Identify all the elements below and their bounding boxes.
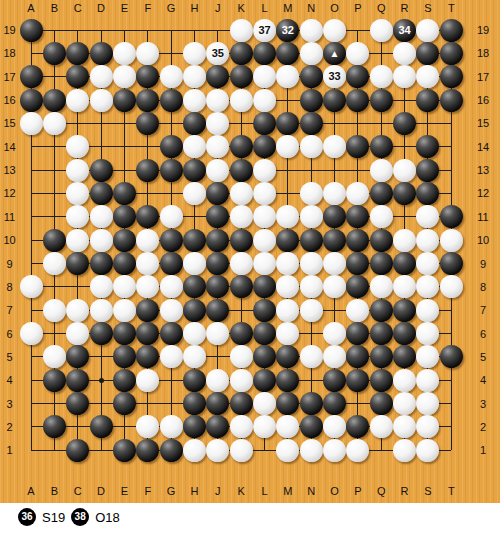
stone-black-A16: [20, 89, 43, 112]
stone-white-R1: [393, 439, 416, 462]
stone-white-H16: [183, 89, 206, 112]
coord-label-top: H: [184, 2, 204, 14]
coord-label-bottom: C: [68, 485, 88, 497]
stone-black-K8: [230, 275, 253, 298]
stone-black-P5: [346, 345, 369, 368]
stone-white-H9: [183, 252, 206, 275]
caption: 36S1938O18: [18, 504, 120, 530]
stone-white-H18: [183, 42, 206, 65]
stone-black-L15: [253, 112, 276, 135]
stone-black-T11: [440, 205, 463, 228]
coord-label-left: 3: [0, 398, 19, 410]
stone-white-M6: [276, 322, 299, 345]
coord-label-top: P: [348, 2, 368, 14]
go-kifu-viewer: AABBCCDDEEFFGGHHJJKKLLMMNNOOPPQQRRSSTT19…: [0, 0, 500, 537]
stone-white-G2: [160, 415, 183, 438]
stone-white-O19: [323, 19, 346, 42]
stone-white-E7: [113, 299, 136, 322]
stone-black-E5: [113, 345, 136, 368]
stone-white-J14: [206, 135, 229, 158]
coord-label-top: G: [161, 2, 181, 14]
coord-label-bottom: S: [418, 485, 438, 497]
stone-white-Q13: [370, 159, 393, 182]
stone-black-J9: [206, 252, 229, 275]
stone-white-D7: [90, 299, 113, 322]
stone-black-C1: [66, 439, 89, 462]
coord-label-top: S: [418, 2, 438, 14]
stone-black-K6: [230, 322, 253, 345]
stone-black-B18: [43, 42, 66, 65]
coord-label-left: 14: [0, 141, 19, 153]
stone-black-L5: [253, 345, 276, 368]
stone-black-R7: [393, 299, 416, 322]
stone-black-H10: [183, 229, 206, 252]
stone-white-L11: [253, 205, 276, 228]
stone-white-N14: [300, 135, 323, 158]
stone-white-J16: [206, 89, 229, 112]
stone-white-S10: [416, 229, 439, 252]
stone-white-L17: [253, 65, 276, 88]
move-number-37: 37: [253, 19, 276, 42]
stone-white-N5: [300, 345, 323, 368]
stone-black-P2: [346, 415, 369, 438]
stone-black-J10: [206, 229, 229, 252]
stone-white-T8: [440, 275, 463, 298]
stone-black-L6: [253, 322, 276, 345]
coord-label-left: 6: [0, 328, 19, 340]
stone-black-C5: [66, 345, 89, 368]
stone-white-N11: [300, 205, 323, 228]
stone-black-Q14: [370, 135, 393, 158]
stone-black-F11: [136, 205, 159, 228]
stone-white-J4: [206, 369, 229, 392]
coord-label-top: L: [255, 2, 275, 14]
coord-label-bottom: D: [91, 485, 111, 497]
stone-black-C17: [66, 65, 89, 88]
coord-label-right: 9: [472, 258, 494, 270]
stone-black-E3: [113, 392, 136, 415]
stone-black-D9: [90, 252, 113, 275]
stone-black-Q5: [370, 345, 393, 368]
go-board: AABBCCDDEEFFGGHHJJKKLLMMNNOOPPQQRRSSTT19…: [0, 0, 500, 503]
stone-white-R4: [393, 369, 416, 392]
stone-black-N3: [300, 392, 323, 415]
stone-black-C18: [66, 42, 89, 65]
stone-black-P17: [346, 65, 369, 88]
stone-black-P6: [346, 322, 369, 345]
stone-white-M1: [276, 439, 299, 462]
stone-white-P12: [346, 182, 369, 205]
stone-white-D16: [90, 89, 113, 112]
coord-label-top: R: [395, 2, 415, 14]
coord-label-top: F: [138, 2, 158, 14]
stone-white-P1: [346, 439, 369, 462]
stone-black-H8: [183, 275, 206, 298]
stone-black-M3: [276, 392, 299, 415]
move-number-35: 35: [206, 42, 229, 65]
stone-white-K2: [230, 415, 253, 438]
stone-white-S7: [416, 299, 439, 322]
stone-black-F7: [136, 299, 159, 322]
stone-black-G6: [160, 322, 183, 345]
stone-white-B9: [43, 252, 66, 275]
stone-white-K16: [230, 89, 253, 112]
coord-label-bottom: F: [138, 485, 158, 497]
stone-black-E9: [113, 252, 136, 275]
stone-black-S12: [416, 182, 439, 205]
coord-label-left: 13: [0, 164, 19, 176]
stone-white-F9: [136, 252, 159, 275]
coord-label-right: 5: [472, 351, 494, 363]
stone-black-K18: [230, 42, 253, 65]
stone-black-J12: [206, 182, 229, 205]
stone-black-F1: [136, 439, 159, 462]
coord-label-right: 10: [472, 234, 494, 246]
stone-white-S17: [416, 65, 439, 88]
stone-black-A17: [20, 65, 43, 88]
stone-black-M10: [276, 229, 299, 252]
stone-white-M17: [276, 65, 299, 88]
stone-white-F18: [136, 42, 159, 65]
stone-black-E4: [113, 369, 136, 392]
coord-label-left: 18: [0, 47, 19, 59]
stone-black-T17: [440, 65, 463, 88]
stone-white-S19: [416, 19, 439, 42]
stone-white-L10: [253, 229, 276, 252]
caption-move-point: O18: [95, 510, 120, 525]
coord-label-left: 19: [0, 24, 19, 36]
stone-black-S13: [416, 159, 439, 182]
triangle-marker-icon: ▲: [323, 42, 346, 65]
coord-label-bottom: E: [114, 485, 134, 497]
stone-black-F6: [136, 322, 159, 345]
stone-black-J2: [206, 415, 229, 438]
stone-black-B4: [43, 369, 66, 392]
coord-label-top: B: [44, 2, 64, 14]
stone-black-E6: [113, 322, 136, 345]
stone-white-R10: [393, 229, 416, 252]
stone-black-S18: [416, 42, 439, 65]
stone-white-O1: [323, 439, 346, 462]
coord-label-left: 5: [0, 351, 19, 363]
coord-label-left: 9: [0, 258, 19, 270]
stone-black-E1: [113, 439, 136, 462]
stone-black-L4: [253, 369, 276, 392]
coord-label-bottom: K: [231, 485, 251, 497]
stone-white-N9: [300, 252, 323, 275]
stone-white-Q11: [370, 205, 393, 228]
stone-black-K14: [230, 135, 253, 158]
stone-white-M11: [276, 205, 299, 228]
coord-label-top: K: [231, 2, 251, 14]
coord-label-bottom: Q: [371, 485, 391, 497]
coord-label-right: 4: [472, 374, 494, 386]
coord-label-right: 3: [472, 398, 494, 410]
stone-black-O11: [323, 205, 346, 228]
stone-white-S6: [416, 322, 439, 345]
coord-label-right: 16: [472, 94, 494, 106]
stone-white-C10: [66, 229, 89, 252]
stone-white-C7: [66, 299, 89, 322]
stone-white-F2: [136, 415, 159, 438]
coord-label-right: 14: [472, 141, 494, 153]
stone-black-G1: [160, 439, 183, 462]
stone-white-R18: [393, 42, 416, 65]
stone-black-N16: [300, 89, 323, 112]
stone-black-B16: [43, 89, 66, 112]
coord-label-bottom: T: [441, 485, 461, 497]
stone-white-H6: [183, 322, 206, 345]
stone-black-H2: [183, 415, 206, 438]
stone-white-C11: [66, 205, 89, 228]
stone-white-S3: [416, 392, 439, 415]
stone-white-O12: [323, 182, 346, 205]
caption-move-disc-38: 38: [71, 508, 89, 526]
stone-black-G13: [160, 159, 183, 182]
coord-label-top: N: [301, 2, 321, 14]
coord-label-right: 11: [472, 211, 494, 223]
stone-white-O9: [323, 252, 346, 275]
stone-white-C13: [66, 159, 89, 182]
stone-black-N15: [300, 112, 323, 135]
coord-label-right: 6: [472, 328, 494, 340]
coord-label-right: 13: [472, 164, 494, 176]
stone-black-F5: [136, 345, 159, 368]
stone-black-N2: [300, 415, 323, 438]
stone-white-O14: [323, 135, 346, 158]
stone-white-B15: [43, 112, 66, 135]
stone-black-O16: [323, 89, 346, 112]
stone-white-L13: [253, 159, 276, 182]
stone-white-M8: [276, 275, 299, 298]
stone-white-R2: [393, 415, 416, 438]
stone-white-G17: [160, 65, 183, 88]
stone-white-G11: [160, 205, 183, 228]
caption-move-disc-36: 36: [18, 508, 36, 526]
stone-black-M15: [276, 112, 299, 135]
stone-white-K19: [230, 19, 253, 42]
stone-black-T19: [440, 19, 463, 42]
coord-label-right: 19: [472, 24, 494, 36]
coord-label-bottom: G: [161, 485, 181, 497]
stone-black-R9: [393, 252, 416, 275]
stone-black-Q9: [370, 252, 393, 275]
stone-white-J15: [206, 112, 229, 135]
stone-white-C14: [66, 135, 89, 158]
stone-white-N7: [300, 299, 323, 322]
stone-black-Q3: [370, 392, 393, 415]
stone-black-K10: [230, 229, 253, 252]
stone-black-G14: [160, 135, 183, 158]
stone-white-E8: [113, 275, 136, 298]
stone-white-T10: [440, 229, 463, 252]
stone-white-N18: [300, 42, 323, 65]
coord-label-top: E: [114, 2, 134, 14]
coord-label-right: 7: [472, 304, 494, 316]
coord-label-left: 10: [0, 234, 19, 246]
coord-label-left: 12: [0, 187, 19, 199]
stone-white-S2: [416, 415, 439, 438]
stone-white-D11: [90, 205, 113, 228]
stone-white-K11: [230, 205, 253, 228]
coord-label-bottom: B: [44, 485, 64, 497]
stone-white-O5: [323, 345, 346, 368]
stone-black-K17: [230, 65, 253, 88]
stone-white-N12: [300, 182, 323, 205]
stone-black-L7: [253, 299, 276, 322]
stone-black-D6: [90, 322, 113, 345]
stone-white-H5: [183, 345, 206, 368]
stone-white-O8: [323, 275, 346, 298]
stone-white-O6: [323, 322, 346, 345]
stone-black-R12: [393, 182, 416, 205]
stone-black-H13: [183, 159, 206, 182]
stone-black-M18: [276, 42, 299, 65]
stone-white-C12: [66, 182, 89, 205]
stone-white-Q2: [370, 415, 393, 438]
stone-black-M4: [276, 369, 299, 392]
stone-white-H1: [183, 439, 206, 462]
caption-move-point: S19: [42, 510, 65, 525]
stone-white-L9: [253, 252, 276, 275]
coord-label-top: D: [91, 2, 111, 14]
stone-white-C6: [66, 322, 89, 345]
stone-white-K1: [230, 439, 253, 462]
coord-label-left: 2: [0, 421, 19, 433]
stone-black-Q4: [370, 369, 393, 392]
stone-white-K9: [230, 252, 253, 275]
stone-white-R13: [393, 159, 416, 182]
stone-white-N8: [300, 275, 323, 298]
stone-black-E11: [113, 205, 136, 228]
stone-black-D12: [90, 182, 113, 205]
stone-black-D13: [90, 159, 113, 182]
coord-label-top: M: [278, 2, 298, 14]
stone-white-O2: [323, 415, 346, 438]
stone-black-H4: [183, 369, 206, 392]
stone-white-N19: [300, 19, 323, 42]
stone-white-M14: [276, 135, 299, 158]
move-number-33: 33: [323, 65, 346, 88]
move-number-32: 32: [276, 19, 299, 42]
stone-white-F8: [136, 275, 159, 298]
stone-black-T9: [440, 252, 463, 275]
stone-white-G5: [160, 345, 183, 368]
coord-label-right: 12: [472, 187, 494, 199]
coord-label-right: 1: [472, 444, 494, 456]
stone-white-R3: [393, 392, 416, 415]
stone-black-R5: [393, 345, 416, 368]
coord-label-bottom: N: [301, 485, 321, 497]
stone-black-J11: [206, 205, 229, 228]
stone-white-H17: [183, 65, 206, 88]
coord-label-left: 17: [0, 71, 19, 83]
stone-white-L12: [253, 182, 276, 205]
coord-label-bottom: O: [325, 485, 345, 497]
stone-white-K5: [230, 345, 253, 368]
coord-label-left: 15: [0, 117, 19, 129]
stone-black-C4: [66, 369, 89, 392]
stone-black-O4: [323, 369, 346, 392]
stone-black-P4: [346, 369, 369, 392]
stone-white-J6: [206, 322, 229, 345]
coord-label-right: 17: [472, 71, 494, 83]
stone-white-E17: [113, 65, 136, 88]
stone-black-Q7: [370, 299, 393, 322]
stone-black-F13: [136, 159, 159, 182]
stone-black-F16: [136, 89, 159, 112]
stone-black-B10: [43, 229, 66, 252]
stone-white-Q19: [370, 19, 393, 42]
stone-black-C3: [66, 392, 89, 415]
star-point: [99, 378, 104, 383]
stone-white-R8: [393, 275, 416, 298]
stone-black-P9: [346, 252, 369, 275]
stone-black-H7: [183, 299, 206, 322]
stone-white-P7: [346, 299, 369, 322]
stone-black-N10: [300, 229, 323, 252]
coord-label-bottom: H: [184, 485, 204, 497]
stone-black-J8: [206, 275, 229, 298]
stone-black-R6: [393, 322, 416, 345]
coord-label-right: 2: [472, 421, 494, 433]
coord-label-top: O: [325, 2, 345, 14]
stone-black-F15: [136, 112, 159, 135]
stone-white-S4: [416, 369, 439, 392]
coord-label-right: 8: [472, 281, 494, 293]
coord-label-top: C: [68, 2, 88, 14]
stone-white-A6: [20, 322, 43, 345]
stone-black-P14: [346, 135, 369, 158]
stone-black-J7: [206, 299, 229, 322]
stone-white-A8: [20, 275, 43, 298]
stone-black-M5: [276, 345, 299, 368]
coord-label-bottom: M: [278, 485, 298, 497]
stone-black-F17: [136, 65, 159, 88]
coord-label-top: A: [21, 2, 41, 14]
stone-black-E16: [113, 89, 136, 112]
stone-black-J3: [206, 392, 229, 415]
stone-white-M7: [276, 299, 299, 322]
stone-black-D18: [90, 42, 113, 65]
stone-white-H12: [183, 182, 206, 205]
stone-black-O10: [323, 229, 346, 252]
stone-black-G10: [160, 229, 183, 252]
stone-black-Q16: [370, 89, 393, 112]
coord-label-bottom: P: [348, 485, 368, 497]
stone-black-S14: [416, 135, 439, 158]
stone-white-R17: [393, 65, 416, 88]
coord-label-top: J: [208, 2, 228, 14]
stone-white-G8: [160, 275, 183, 298]
coord-label-left: 7: [0, 304, 19, 316]
stone-white-S5: [416, 345, 439, 368]
coord-label-bottom: R: [395, 485, 415, 497]
coord-label-left: 16: [0, 94, 19, 106]
stone-white-J13: [206, 159, 229, 182]
stone-white-C16: [66, 89, 89, 112]
stone-white-S8: [416, 275, 439, 298]
stone-black-N17: [300, 65, 323, 88]
stone-white-N1: [300, 439, 323, 462]
stone-white-S11: [416, 205, 439, 228]
stone-white-K4: [230, 369, 253, 392]
stone-black-C9: [66, 252, 89, 275]
stone-white-J1: [206, 439, 229, 462]
stone-black-L14: [253, 135, 276, 158]
stone-white-S9: [416, 252, 439, 275]
move-number-34: 34: [393, 19, 416, 42]
